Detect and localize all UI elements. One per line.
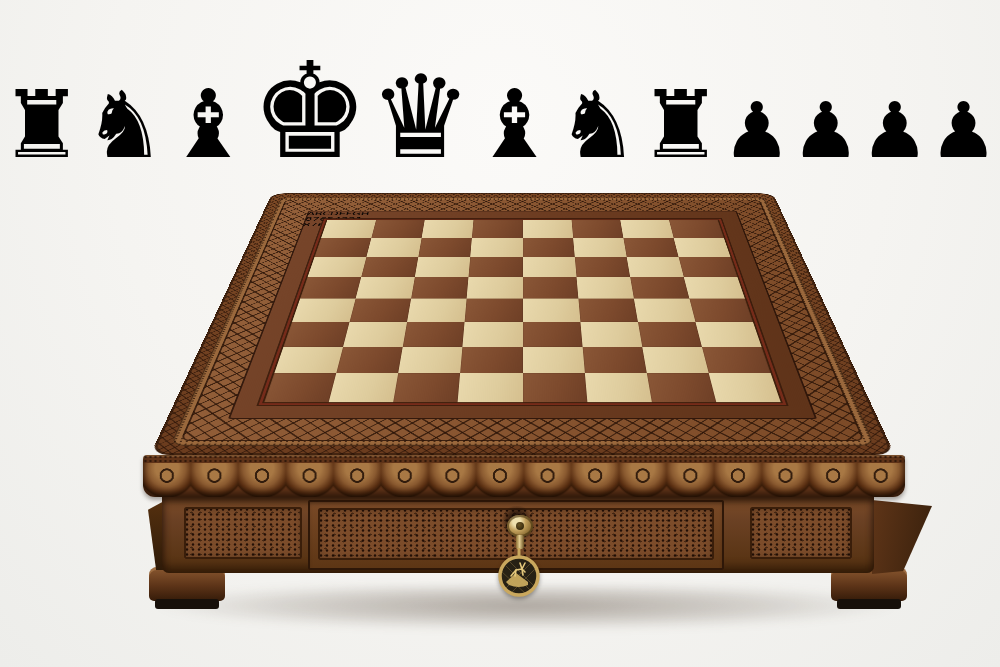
photo-stage: ABCDEFGH 87654321 87654321 ♜♞♝♚♛♝♞♜♟♟♟♟♟…	[0, 0, 1000, 667]
square-e2[interactable]	[523, 347, 585, 374]
square-h7[interactable]	[674, 238, 731, 257]
coordinate-rail: ABCDEFGH 87654321 87654321	[228, 211, 817, 419]
square-c5[interactable]	[411, 277, 468, 299]
square-g4[interactable]	[634, 299, 696, 322]
piece-light-pawn-b7[interactable]: ♟	[791, 86, 860, 175]
square-a1[interactable]	[264, 373, 336, 402]
board-top: ABCDEFGH 87654321 87654321	[150, 193, 895, 455]
square-g2[interactable]	[642, 347, 709, 374]
square-h1[interactable]	[709, 373, 781, 402]
square-b3[interactable]	[343, 322, 407, 347]
piece-light-pawn-d7[interactable]: ♟	[929, 86, 998, 175]
square-h2[interactable]	[702, 347, 771, 374]
square-d8[interactable]	[472, 220, 522, 238]
square-f4[interactable]	[578, 299, 638, 322]
square-f3[interactable]	[580, 322, 642, 347]
square-f5[interactable]	[576, 277, 633, 299]
drawer-key-icon[interactable]	[505, 515, 535, 549]
piece-light-knight-g8[interactable]: ♞	[557, 72, 639, 179]
piece-light-bishop-f8[interactable]: ♝	[472, 69, 557, 179]
front-panel-right	[750, 507, 852, 559]
square-f2[interactable]	[582, 347, 646, 374]
square-e7[interactable]	[523, 238, 575, 257]
square-b6[interactable]	[361, 257, 418, 277]
square-b4[interactable]	[350, 299, 412, 322]
square-g3[interactable]	[638, 322, 702, 347]
square-g6[interactable]	[626, 257, 683, 277]
square-b5[interactable]	[356, 277, 415, 299]
square-g7[interactable]	[623, 238, 678, 257]
square-d2[interactable]	[460, 347, 522, 374]
box-side-right	[872, 500, 932, 574]
square-h5[interactable]	[684, 277, 745, 299]
square-b2[interactable]	[336, 347, 403, 374]
square-d4[interactable]	[465, 299, 523, 322]
square-e8[interactable]	[523, 220, 573, 238]
square-g1[interactable]	[647, 373, 717, 402]
piece-light-queen-e8[interactable]: ♛	[369, 51, 472, 184]
square-a4[interactable]	[292, 299, 356, 322]
square-g8[interactable]	[620, 220, 673, 238]
square-a3[interactable]	[284, 322, 350, 347]
square-d1[interactable]	[458, 373, 523, 402]
square-a8[interactable]	[321, 220, 376, 238]
square-c1[interactable]	[393, 373, 460, 402]
square-f8[interactable]	[571, 220, 623, 238]
square-b1[interactable]	[329, 373, 399, 402]
chess-board	[262, 220, 783, 404]
square-a7[interactable]	[315, 238, 372, 257]
square-c8[interactable]	[422, 220, 474, 238]
piece-light-king-d8[interactable]: ♚	[250, 34, 369, 188]
scallop-rim	[143, 455, 905, 497]
square-d3[interactable]	[463, 322, 523, 347]
square-c2[interactable]	[398, 347, 462, 374]
square-h6[interactable]	[678, 257, 737, 277]
square-e3[interactable]	[523, 322, 583, 347]
square-h8[interactable]	[669, 220, 724, 238]
square-c6[interactable]	[415, 257, 470, 277]
square-e6[interactable]	[523, 257, 577, 277]
square-f7[interactable]	[573, 238, 627, 257]
square-f6[interactable]	[574, 257, 629, 277]
stag-medallion-icon	[496, 548, 542, 598]
piece-light-pawn-c7[interactable]: ♟	[860, 86, 929, 175]
square-b7[interactable]	[367, 238, 422, 257]
square-a2[interactable]	[274, 347, 343, 374]
front-panel-left	[184, 507, 302, 559]
square-d5[interactable]	[467, 277, 523, 299]
square-b8[interactable]	[371, 220, 424, 238]
square-c7[interactable]	[419, 238, 473, 257]
piece-light-bishop-c8[interactable]: ♝	[166, 69, 251, 179]
piece-light-knight-b8[interactable]: ♞	[83, 72, 165, 179]
square-h3[interactable]	[695, 322, 761, 347]
square-a6[interactable]	[308, 257, 367, 277]
square-c4[interactable]	[407, 299, 467, 322]
square-g5[interactable]	[630, 277, 689, 299]
square-e5[interactable]	[523, 277, 579, 299]
square-h4[interactable]	[689, 299, 753, 322]
piece-light-rook-h8[interactable]: ♜	[639, 71, 722, 179]
square-e4[interactable]	[523, 299, 581, 322]
square-d6[interactable]	[469, 257, 523, 277]
piece-light-rook-a8[interactable]: ♜	[0, 71, 83, 179]
square-c3[interactable]	[403, 322, 465, 347]
square-e1[interactable]	[523, 373, 588, 402]
piece-light-pawn-a7[interactable]: ♟	[723, 86, 792, 175]
pieces-layer: ♜♞♝♚♛♝♞♜♟♟♟♟♟♟♟♟♟♟♟♟♟♟♟♟♜♞♝♚♛♝♞♜	[0, 0, 1000, 197]
square-d7[interactable]	[471, 238, 523, 257]
square-a5[interactable]	[300, 277, 361, 299]
square-f1[interactable]	[585, 373, 652, 402]
